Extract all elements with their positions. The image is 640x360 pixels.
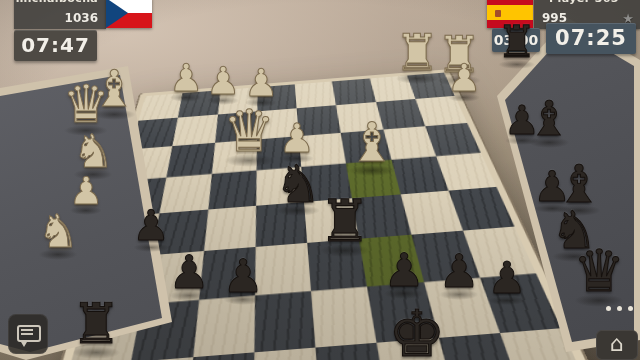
square-d7[interactable] [311,286,377,347]
square-g3[interactable] [167,142,215,177]
captured-wN: ♞ [72,128,113,174]
piece-bP-c7[interactable]: ♟ [383,247,424,293]
piece-wP-b2[interactable]: ♟ [447,59,481,97]
piece-wP-g2[interactable]: ♟ [169,59,203,97]
piece-wR-b1[interactable]: ♜ [395,28,440,78]
captured-bP: ♟ [487,256,526,300]
player-plate-left: michalbocha 1036 [14,0,106,29]
piece-bP-g7[interactable]: ♟ [168,249,209,295]
square-d1[interactable] [295,81,336,108]
square-h2[interactable] [131,118,178,149]
player-name-left: michalbocha [14,0,100,5]
piece-wB-d4[interactable]: ♝ [348,116,396,170]
chat-button[interactable] [8,314,48,354]
piece-bP-f7[interactable]: ♟ [222,253,263,299]
piece-bP-b7[interactable]: ♟ [438,248,479,294]
piece-bP-h6[interactable]: ♟ [132,205,170,247]
clock-left: 07:47 [14,30,97,61]
chess-game-screen: michalbocha 1036 07:47 Player 365 995 ★ … [0,0,640,360]
piece-wP-e4[interactable]: ♟ [279,118,315,158]
chat-bubble-icon [17,325,41,342]
piece-bR-h8[interactable]: ♜ [71,296,121,352]
square-g2[interactable] [173,115,218,146]
piece-wQ-f4[interactable]: ♛ [223,102,275,160]
square-g7[interactable] [131,300,198,360]
piece-bR-c6[interactable]: ♜ [319,192,371,250]
square-a3[interactable] [425,122,481,156]
captured-bQ: ♛ [573,242,625,300]
square-f4[interactable] [208,170,257,209]
square-h3[interactable] [122,146,173,181]
square-c1[interactable] [332,78,376,105]
player-name-right: Player 365 [534,0,634,5]
captured-wN: ♞ [37,208,78,254]
square-f5[interactable] [204,206,256,251]
czech-flag-icon [106,0,152,28]
piece-wP-f3[interactable]: ♟ [206,62,240,100]
player-rating-left: 1036 [65,11,98,25]
square-f7[interactable] [193,295,255,357]
home-button[interactable]: ⌂ [596,330,638,360]
square-a8[interactable] [500,328,592,360]
captured-bR: ♜ [497,20,536,64]
piece-bN-e5[interactable]: ♞ [275,158,322,210]
clock-right: 07:25 [546,23,636,54]
captured-bB: ♝ [527,94,570,142]
captured-wQ: ♛ [63,78,110,130]
piece-bK-c8[interactable]: ♚ [388,302,445,360]
